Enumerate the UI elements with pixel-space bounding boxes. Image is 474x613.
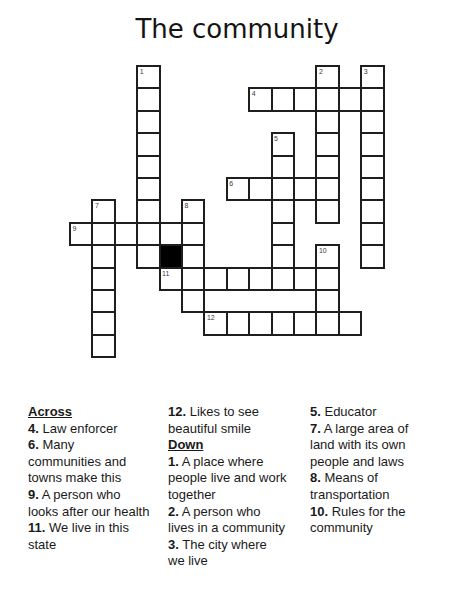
crossword-grid: 123456789101112 <box>69 65 385 359</box>
grid-cell[interactable] <box>293 267 317 291</box>
grid-cell[interactable] <box>338 87 362 111</box>
grid-cell[interactable] <box>136 244 160 268</box>
grid-cell[interactable] <box>360 155 384 179</box>
cell-number: 5 <box>274 134 278 143</box>
clue-6: 6. Many <box>28 437 168 454</box>
clue-number: 2. <box>168 504 179 519</box>
grid-cell[interactable] <box>360 110 384 134</box>
cell-number: 9 <box>73 224 77 233</box>
grid-cell[interactable] <box>181 244 205 268</box>
grid-cell[interactable] <box>136 155 160 179</box>
grid-cell[interactable] <box>114 222 138 246</box>
clue-number: 12. <box>168 404 186 419</box>
clue-number: 10. <box>310 504 328 519</box>
grid-cell[interactable] <box>271 177 295 201</box>
clue-3-cont: we live <box>168 553 310 570</box>
grid-cell[interactable] <box>136 199 160 223</box>
clue-2: 2. A person who <box>168 504 310 521</box>
grid-cell[interactable] <box>136 87 160 111</box>
clue-number: 3. <box>168 537 179 552</box>
clue-5: 5. Educator <box>310 404 460 421</box>
grid-cell[interactable] <box>226 267 250 291</box>
grid-cell[interactable] <box>136 110 160 134</box>
grid-cell[interactable] <box>315 289 339 313</box>
grid-cell[interactable] <box>271 222 295 246</box>
cell-number: 10 <box>319 246 327 255</box>
clues-across-header: Across <box>28 404 72 419</box>
clue-4: 4. Law enforcer <box>28 421 168 438</box>
clue-9: 9. A person who <box>28 487 168 504</box>
grid-cell[interactable] <box>315 177 339 201</box>
grid-cell[interactable] <box>91 267 115 291</box>
grid-cell[interactable] <box>91 311 115 335</box>
clue-9-cont: looks after our health <box>28 504 168 521</box>
clue-10-cont: community <box>310 520 460 537</box>
cell-number: 3 <box>364 67 368 76</box>
clue-number: 9. <box>28 487 39 502</box>
grid-cell[interactable]: 3 <box>360 65 384 89</box>
grid-cell[interactable] <box>91 244 115 268</box>
cell-number: 11 <box>162 269 169 278</box>
grid-cell[interactable]: 10 <box>315 244 339 268</box>
grid-cell[interactable] <box>315 267 339 291</box>
grid-cell[interactable] <box>293 87 317 111</box>
grid-cell[interactable] <box>91 222 115 246</box>
clue-6-cont: communities and <box>28 454 168 471</box>
grid-cell[interactable]: 12 <box>203 311 227 335</box>
clue-10: 10. Rules for the <box>310 504 460 521</box>
grid-cell[interactable] <box>181 222 205 246</box>
clue-number: 8. <box>310 470 321 485</box>
clue-number: 1. <box>168 454 179 469</box>
cell-number: 12 <box>207 313 215 322</box>
grid-cell[interactable] <box>315 155 339 179</box>
grid-cell[interactable] <box>360 244 384 268</box>
clues-down-header: Down <box>168 437 203 452</box>
grid-cell[interactable] <box>248 177 272 201</box>
cell-number: 2 <box>319 67 323 76</box>
grid-cell[interactable] <box>360 222 384 246</box>
clue-11: 11. We live in this <box>28 520 168 537</box>
clue-number: 7. <box>310 421 321 436</box>
grid-cell[interactable] <box>271 244 295 268</box>
grid-cell[interactable] <box>226 311 250 335</box>
grid-cell[interactable] <box>315 311 339 335</box>
grid-cell[interactable] <box>293 311 317 335</box>
black-cell <box>159 244 183 268</box>
cell-number: 8 <box>185 201 189 210</box>
grid-cell[interactable] <box>360 87 384 111</box>
clue-12: 12. Likes to see <box>168 404 310 421</box>
grid-cell[interactable]: 1 <box>136 65 160 89</box>
clue-number: 6. <box>28 437 39 452</box>
grid-cell[interactable] <box>136 177 160 201</box>
grid-cell[interactable] <box>271 155 295 179</box>
clues-column-1: Across4. Law enforcer6. Manycommunities … <box>28 404 168 553</box>
grid-cell[interactable] <box>248 311 272 335</box>
clue-number: 5. <box>310 404 321 419</box>
grid-cell[interactable] <box>248 267 272 291</box>
clue-1-cont: people live and work <box>168 470 310 487</box>
grid-cell[interactable] <box>136 222 160 246</box>
grid-cell[interactable] <box>159 222 183 246</box>
grid-cell[interactable]: 7 <box>91 199 115 223</box>
grid-cell[interactable] <box>293 177 317 201</box>
grid-cell[interactable]: 6 <box>226 177 250 201</box>
grid-cell[interactable] <box>271 199 295 223</box>
clue-number: 11. <box>28 520 45 535</box>
grid-cell[interactable]: 2 <box>315 65 339 89</box>
grid-cell[interactable]: 4 <box>248 87 272 111</box>
clue-3: 3. The city where <box>168 537 310 554</box>
clues-column-3: 5. Educator7. A large area ofland with i… <box>310 404 460 537</box>
clue-7-cont: land with its own <box>310 437 460 454</box>
grid-cell[interactable] <box>136 132 160 156</box>
clue-8-cont: transportation <box>310 487 460 504</box>
grid-cell[interactable]: 11 <box>159 267 183 291</box>
clues-column-2: 12. Likes to seebeautiful smileDown1. A … <box>168 404 310 570</box>
grid-cell[interactable]: 5 <box>271 132 295 156</box>
clue-7: 7. A large area of <box>310 421 460 438</box>
grid-cell[interactable] <box>315 132 339 156</box>
grid-cell[interactable] <box>338 311 362 335</box>
puzzle-title: The community <box>0 12 474 46</box>
grid-cell[interactable] <box>203 267 227 291</box>
grid-cell[interactable] <box>360 132 384 156</box>
clue-12-cont: beautiful smile <box>168 421 310 438</box>
grid-cell[interactable] <box>91 334 115 358</box>
clue-1: 1. A place where <box>168 454 310 471</box>
cell-number: 1 <box>140 67 144 76</box>
grid-cell[interactable] <box>271 267 295 291</box>
grid-cell[interactable] <box>271 311 295 335</box>
cell-number: 4 <box>252 89 256 98</box>
clue-2-cont: lives in a community <box>168 520 310 537</box>
grid-cell[interactable] <box>271 87 295 111</box>
crossword-worksheet: The community 123456789101112 Across4. L… <box>0 0 474 613</box>
clue-7-cont: people and laws <box>310 454 460 471</box>
grid-cell[interactable]: 8 <box>181 199 205 223</box>
cell-number: 6 <box>229 179 233 188</box>
grid-cell[interactable] <box>315 199 339 223</box>
clue-6-cont: towns make this <box>28 470 168 487</box>
grid-cell[interactable]: 9 <box>69 222 93 246</box>
grid-cell[interactable] <box>181 267 205 291</box>
grid-cell[interactable] <box>360 199 384 223</box>
clue-11-cont: state <box>28 537 168 554</box>
grid-cell[interactable] <box>91 289 115 313</box>
clue-8: 8. Means of <box>310 470 460 487</box>
cell-number: 7 <box>95 201 99 210</box>
grid-cell[interactable] <box>315 110 339 134</box>
clue-1-cont: together <box>168 487 310 504</box>
grid-cell[interactable] <box>360 177 384 201</box>
grid-cell[interactable] <box>315 87 339 111</box>
grid-cell[interactable] <box>181 289 205 313</box>
clue-number: 4. <box>28 421 39 436</box>
